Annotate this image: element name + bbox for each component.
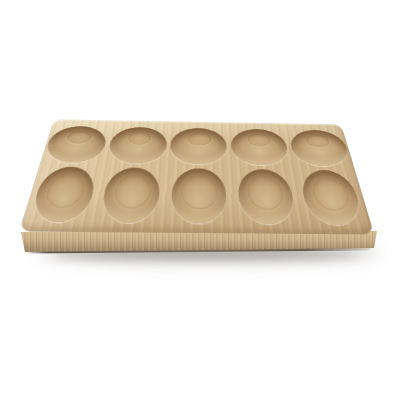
product-photo	[0, 0, 400, 400]
pit-near-1[interactable]	[29, 166, 98, 222]
pit-far-1[interactable]	[43, 126, 109, 163]
pit-far-2[interactable]	[107, 127, 168, 164]
pit-far-3[interactable]	[170, 128, 228, 165]
pit-far-5[interactable]	[288, 130, 352, 167]
pit-near-5[interactable]	[299, 169, 365, 224]
pit-near-2[interactable]	[100, 167, 162, 223]
pit-near-4[interactable]	[236, 169, 296, 224]
pit-near-3[interactable]	[170, 168, 227, 223]
mancala-board	[0, 0, 400, 400]
pit-grid	[19, 119, 375, 234]
pit-far-4[interactable]	[230, 129, 290, 166]
